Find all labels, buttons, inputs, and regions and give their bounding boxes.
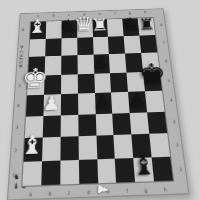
black-rook[interactable]: ♜ xyxy=(138,16,156,32)
rank-label: 2 xyxy=(175,142,179,147)
file-label: f xyxy=(126,188,128,194)
file-label: h xyxy=(163,187,167,193)
white-bishop[interactable]: ♝ xyxy=(27,17,47,36)
file-label: g xyxy=(144,187,148,193)
square-c5[interactable] xyxy=(61,74,78,94)
square-f7[interactable] xyxy=(108,36,125,54)
square-c7[interactable] xyxy=(61,37,77,55)
square-g7[interactable] xyxy=(124,35,141,53)
rank-label: 1 xyxy=(179,166,183,172)
emblem-piece-icon: ♞ xyxy=(14,172,20,180)
square-h7[interactable] xyxy=(139,35,157,53)
white-king[interactable]: ♚ xyxy=(21,65,48,93)
square-b7[interactable] xyxy=(45,38,61,56)
square-d1[interactable] xyxy=(78,159,97,184)
square-a1[interactable] xyxy=(22,161,42,186)
file-label: h xyxy=(144,10,147,14)
off-board-captured-piece[interactable]: ♟ xyxy=(96,183,110,196)
square-d7[interactable] xyxy=(77,37,93,55)
square-b1[interactable] xyxy=(41,160,60,185)
square-f5[interactable] xyxy=(110,72,128,92)
file-label: d xyxy=(87,189,90,195)
square-d2[interactable] xyxy=(78,136,97,160)
black-pawn[interactable]: ♟ xyxy=(94,91,113,111)
square-d5[interactable] xyxy=(77,73,94,93)
file-label: a xyxy=(29,191,32,197)
square-b3[interactable] xyxy=(43,115,61,138)
rank-label: 3 xyxy=(172,120,176,125)
chess-photo-scene: abcdefgh abcdefgh 87654321 87654321 4 CH… xyxy=(0,0,200,200)
square-g3[interactable] xyxy=(130,112,150,134)
file-label: c xyxy=(68,190,71,196)
black-pawn[interactable]: ♟ xyxy=(128,90,148,110)
square-c2[interactable] xyxy=(60,136,78,160)
rank-label: 8 xyxy=(22,28,25,32)
file-label: b xyxy=(48,191,51,197)
black-king[interactable]: ♚ xyxy=(138,60,168,89)
rank-label: 8 xyxy=(160,23,163,27)
white-rook[interactable]: ♜ xyxy=(91,16,110,34)
white-pawn[interactable]: ♟ xyxy=(42,93,61,113)
square-a7[interactable] xyxy=(29,38,46,56)
chess-board: abcdefgh abcdefgh 87654321 87654321 4 CH… xyxy=(7,8,190,200)
rank-label: 4 xyxy=(170,98,174,103)
black-pawn[interactable]: ♟ xyxy=(93,53,110,70)
square-e2[interactable] xyxy=(96,135,115,159)
black-bishop[interactable]: ♝ xyxy=(131,152,157,180)
square-c1[interactable] xyxy=(60,159,79,184)
square-b2[interactable] xyxy=(42,137,61,161)
square-d4[interactable] xyxy=(78,93,96,114)
square-c6[interactable] xyxy=(61,55,77,74)
white-bishop[interactable]: ♝ xyxy=(20,131,45,159)
rank-label: 2 xyxy=(14,148,17,154)
square-c4[interactable] xyxy=(61,94,78,115)
square-d3[interactable] xyxy=(78,114,96,137)
rank-label: 4 xyxy=(17,104,20,109)
rank-label: 7 xyxy=(162,41,165,45)
square-d6[interactable] xyxy=(77,55,94,74)
square-f3[interactable] xyxy=(113,113,132,135)
square-c3[interactable] xyxy=(60,114,78,137)
emblem-piece-icon: ♝ xyxy=(13,182,20,190)
file-label: f xyxy=(114,11,116,15)
square-f4[interactable] xyxy=(111,92,129,113)
square-f6[interactable] xyxy=(109,54,126,73)
file-label: b xyxy=(52,14,55,18)
square-e3[interactable] xyxy=(95,113,114,135)
square-e1[interactable] xyxy=(97,158,117,183)
square-h3[interactable] xyxy=(147,111,167,133)
rank-label: 3 xyxy=(15,125,18,130)
